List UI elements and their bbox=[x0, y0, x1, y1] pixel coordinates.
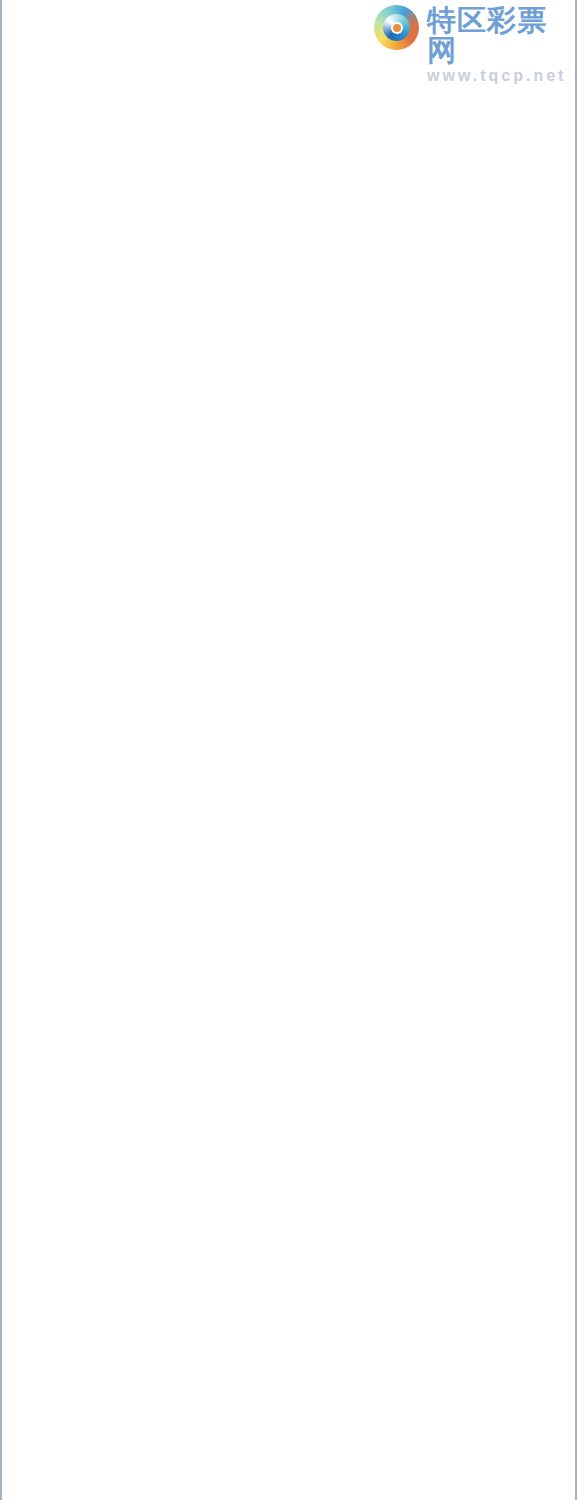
lottery-trend-chart: 特区彩票网 www.tqcp.net bbox=[0, 0, 577, 1500]
logo-swirl-icon bbox=[374, 5, 419, 50]
site-logo[interactable]: 特区彩票网 www.tqcp.net bbox=[374, 5, 575, 85]
site-name: 特区彩票网 bbox=[427, 5, 575, 66]
connection-lines bbox=[0, 0, 577, 1500]
logo-texts: 特区彩票网 www.tqcp.net bbox=[427, 5, 575, 85]
site-url: www.tqcp.net bbox=[427, 67, 575, 85]
